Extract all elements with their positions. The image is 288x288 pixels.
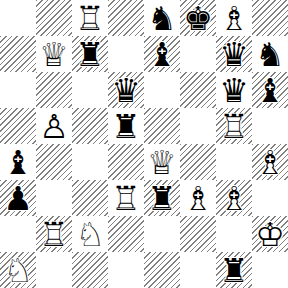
square-a5[interactable] <box>0 108 36 144</box>
piece-wR-g5: ♖ <box>216 108 252 144</box>
square-g3[interactable]: ♝♗ <box>216 180 252 216</box>
square-d3[interactable]: ♜♖ <box>108 180 144 216</box>
square-c5[interactable] <box>72 108 108 144</box>
square-g7[interactable]: ♛ <box>216 36 252 72</box>
piece-wP-fill: ♟ <box>36 108 72 144</box>
square-b6[interactable] <box>36 72 72 108</box>
square-c3[interactable] <box>72 180 108 216</box>
square-h3[interactable] <box>252 180 288 216</box>
piece-bR-d5: ♜ <box>108 108 144 144</box>
piece-bR-c7: ♜ <box>72 36 108 72</box>
square-h7[interactable]: ♞ <box>252 36 288 72</box>
square-e8[interactable]: ♞ <box>144 0 180 36</box>
piece-wN-a1: ♘ <box>0 252 36 288</box>
square-g4[interactable] <box>216 144 252 180</box>
square-a1[interactable]: ♞♘ <box>0 252 36 288</box>
piece-bQ-d6: ♛ <box>108 72 144 108</box>
square-d2[interactable] <box>108 216 144 252</box>
square-f5[interactable] <box>180 108 216 144</box>
square-d7[interactable] <box>108 36 144 72</box>
square-b2[interactable]: ♜♖ <box>36 216 72 252</box>
square-c8[interactable]: ♜♖ <box>72 0 108 36</box>
piece-wB-g3: ♗ <box>216 180 252 216</box>
piece-bN-e8: ♞ <box>144 0 180 36</box>
square-f4[interactable] <box>180 144 216 180</box>
square-g2[interactable] <box>216 216 252 252</box>
square-a7[interactable] <box>0 36 36 72</box>
square-h8[interactable] <box>252 0 288 36</box>
piece-wN-c2: ♘ <box>72 216 108 252</box>
square-c6[interactable] <box>72 72 108 108</box>
piece-wN-fill: ♞ <box>72 216 108 252</box>
square-f3[interactable]: ♝♗ <box>180 180 216 216</box>
square-f7[interactable] <box>180 36 216 72</box>
square-d8[interactable] <box>108 0 144 36</box>
piece-wK-fill: ♚ <box>252 216 288 252</box>
square-g8[interactable]: ♝♗ <box>216 0 252 36</box>
square-f1[interactable] <box>180 252 216 288</box>
square-a3[interactable]: ♟ <box>0 180 36 216</box>
piece-wR-fill: ♜ <box>108 180 144 216</box>
square-b4[interactable] <box>36 144 72 180</box>
square-e1[interactable] <box>144 252 180 288</box>
piece-bN-h7: ♞ <box>252 36 288 72</box>
square-h4[interactable]: ♝♗ <box>252 144 288 180</box>
chess-board: ♜♖♞♚♝♗♛♕♜♝♛♞♛♛♝♟♙♜♜♖♝♛♕♝♗♟♜♖♜♝♗♝♗♜♖♞♘♚♔♞… <box>0 0 288 288</box>
piece-wB-f3: ♗ <box>180 180 216 216</box>
piece-wB-h4: ♗ <box>252 144 288 180</box>
piece-wB-g8: ♗ <box>216 0 252 36</box>
piece-wB-fill: ♝ <box>216 0 252 36</box>
piece-wR-fill: ♜ <box>36 216 72 252</box>
square-c4[interactable] <box>72 144 108 180</box>
piece-wR-c8: ♖ <box>72 0 108 36</box>
square-g1[interactable]: ♜ <box>216 252 252 288</box>
square-c7[interactable]: ♜ <box>72 36 108 72</box>
square-a2[interactable] <box>0 216 36 252</box>
piece-wR-fill: ♜ <box>72 0 108 36</box>
piece-wR-d3: ♖ <box>108 180 144 216</box>
square-f2[interactable] <box>180 216 216 252</box>
piece-wQ-fill: ♛ <box>36 36 72 72</box>
square-b3[interactable] <box>36 180 72 216</box>
square-f6[interactable] <box>180 72 216 108</box>
square-e6[interactable] <box>144 72 180 108</box>
square-d5[interactable]: ♜ <box>108 108 144 144</box>
piece-bQ-g7: ♛ <box>216 36 252 72</box>
square-b8[interactable] <box>36 0 72 36</box>
piece-wQ-e4: ♕ <box>144 144 180 180</box>
square-b7[interactable]: ♛♕ <box>36 36 72 72</box>
piece-bB-h6: ♝ <box>252 72 288 108</box>
square-c2[interactable]: ♞♘ <box>72 216 108 252</box>
piece-wB-fill: ♝ <box>180 180 216 216</box>
square-a4[interactable]: ♝ <box>0 144 36 180</box>
square-e4[interactable]: ♛♕ <box>144 144 180 180</box>
piece-bR-g1: ♜ <box>216 252 252 288</box>
piece-wB-fill: ♝ <box>252 144 288 180</box>
piece-wQ-b7: ♕ <box>36 36 72 72</box>
square-h1[interactable] <box>252 252 288 288</box>
piece-wP-b5: ♙ <box>36 108 72 144</box>
square-a8[interactable] <box>0 0 36 36</box>
square-d4[interactable] <box>108 144 144 180</box>
square-g5[interactable]: ♜♖ <box>216 108 252 144</box>
square-g6[interactable]: ♛ <box>216 72 252 108</box>
piece-bB-a4: ♝ <box>0 144 36 180</box>
piece-wN-fill: ♞ <box>0 252 36 288</box>
piece-wR-fill: ♜ <box>216 108 252 144</box>
square-d6[interactable]: ♛ <box>108 72 144 108</box>
square-e5[interactable] <box>144 108 180 144</box>
piece-bP-a3: ♟ <box>0 180 36 216</box>
square-e3[interactable]: ♜ <box>144 180 180 216</box>
piece-bQ-g6: ♛ <box>216 72 252 108</box>
piece-wB-fill: ♝ <box>216 180 252 216</box>
square-h6[interactable]: ♝ <box>252 72 288 108</box>
square-b5[interactable]: ♟♙ <box>36 108 72 144</box>
piece-wQ-fill: ♛ <box>144 144 180 180</box>
square-d1[interactable] <box>108 252 144 288</box>
piece-bK-f8: ♚ <box>180 0 216 36</box>
piece-bB-e7: ♝ <box>144 36 180 72</box>
square-h5[interactable] <box>252 108 288 144</box>
square-c1[interactable] <box>72 252 108 288</box>
square-b1[interactable] <box>36 252 72 288</box>
square-e7[interactable]: ♝ <box>144 36 180 72</box>
square-e2[interactable] <box>144 216 180 252</box>
piece-wR-b2: ♖ <box>36 216 72 252</box>
piece-bR-e3: ♜ <box>144 180 180 216</box>
square-h2[interactable]: ♚♔ <box>252 216 288 252</box>
square-a6[interactable] <box>0 72 36 108</box>
square-f8[interactable]: ♚ <box>180 0 216 36</box>
piece-wK-h2: ♔ <box>252 216 288 252</box>
